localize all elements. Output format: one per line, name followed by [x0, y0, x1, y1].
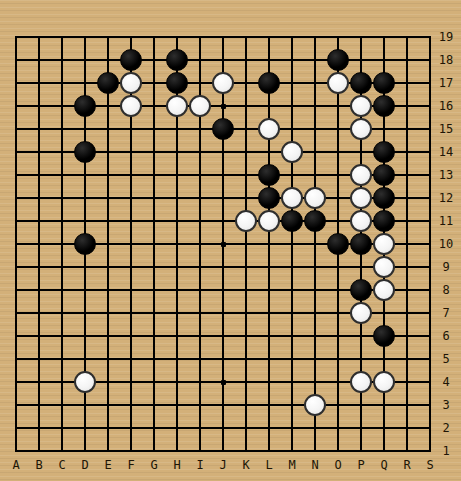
coord-letter-b: B	[30, 458, 48, 472]
black-stone-d14[interactable]	[74, 141, 96, 163]
white-stone-p12[interactable]	[350, 187, 372, 209]
coord-letter-g: G	[145, 458, 163, 472]
white-stone-j17[interactable]	[212, 72, 234, 94]
coord-letter-n: N	[306, 458, 324, 472]
white-stone-d4[interactable]	[74, 371, 96, 393]
black-stone-p8[interactable]	[350, 279, 372, 301]
black-stone-q12[interactable]	[373, 187, 395, 209]
white-stone-q8[interactable]	[373, 279, 395, 301]
coord-letter-r: R	[398, 458, 416, 472]
black-stone-q17[interactable]	[373, 72, 395, 94]
white-stone-m14[interactable]	[281, 141, 303, 163]
black-stone-q11[interactable]	[373, 210, 395, 232]
white-stone-h16[interactable]	[166, 95, 188, 117]
coord-number-2: 2	[433, 421, 459, 435]
black-stone-p17[interactable]	[350, 72, 372, 94]
coord-number-8: 8	[433, 283, 459, 297]
white-stone-n12[interactable]	[304, 187, 326, 209]
white-stone-m12[interactable]	[281, 187, 303, 209]
black-stone-q13[interactable]	[373, 164, 395, 186]
white-stone-p4[interactable]	[350, 371, 372, 393]
white-stone-q10[interactable]	[373, 233, 395, 255]
coord-letter-o: O	[329, 458, 347, 472]
white-stone-p15[interactable]	[350, 118, 372, 140]
coord-number-12: 12	[433, 191, 459, 205]
coord-number-17: 17	[433, 76, 459, 90]
white-stone-i16[interactable]	[189, 95, 211, 117]
white-stone-p13[interactable]	[350, 164, 372, 186]
coord-letter-j: J	[214, 458, 232, 472]
white-stone-p7[interactable]	[350, 302, 372, 324]
coord-letter-l: L	[260, 458, 278, 472]
coord-letter-a: A	[7, 458, 25, 472]
black-stone-q16[interactable]	[373, 95, 395, 117]
white-stone-k11[interactable]	[235, 210, 257, 232]
coord-letter-k: K	[237, 458, 255, 472]
coord-letter-q: Q	[375, 458, 393, 472]
coord-number-6: 6	[433, 329, 459, 343]
coord-number-4: 4	[433, 375, 459, 389]
black-stone-h17[interactable]	[166, 72, 188, 94]
black-stone-q14[interactable]	[373, 141, 395, 163]
black-stone-e17[interactable]	[97, 72, 119, 94]
coord-letter-d: D	[76, 458, 94, 472]
coord-number-9: 9	[433, 260, 459, 274]
black-stone-d16[interactable]	[74, 95, 96, 117]
black-stone-f18[interactable]	[120, 49, 142, 71]
coord-number-13: 13	[433, 168, 459, 182]
coord-number-19: 19	[433, 30, 459, 44]
coord-letter-m: M	[283, 458, 301, 472]
coord-number-1: 1	[433, 444, 459, 458]
coord-letter-c: C	[53, 458, 71, 472]
black-stone-l13[interactable]	[258, 164, 280, 186]
white-stone-q4[interactable]	[373, 371, 395, 393]
star-point-j10	[221, 242, 226, 247]
coord-letter-p: P	[352, 458, 370, 472]
white-stone-l15[interactable]	[258, 118, 280, 140]
white-stone-o17[interactable]	[327, 72, 349, 94]
star-point-j4	[221, 380, 226, 385]
coord-letter-e: E	[99, 458, 117, 472]
coord-letter-h: H	[168, 458, 186, 472]
black-stone-n11[interactable]	[304, 210, 326, 232]
go-board[interactable]: ABCDEFGHIJKLMNOPQRS191817161514131211109…	[0, 0, 461, 481]
black-stone-h18[interactable]	[166, 49, 188, 71]
coord-number-16: 16	[433, 99, 459, 113]
coord-number-5: 5	[433, 352, 459, 366]
black-stone-m11[interactable]	[281, 210, 303, 232]
black-stone-p10[interactable]	[350, 233, 372, 255]
black-stone-l17[interactable]	[258, 72, 280, 94]
coord-number-7: 7	[433, 306, 459, 320]
coord-number-14: 14	[433, 145, 459, 159]
white-stone-l11[interactable]	[258, 210, 280, 232]
white-stone-f16[interactable]	[120, 95, 142, 117]
white-stone-p16[interactable]	[350, 95, 372, 117]
white-stone-f17[interactable]	[120, 72, 142, 94]
coord-letter-f: F	[122, 458, 140, 472]
black-stone-d10[interactable]	[74, 233, 96, 255]
white-stone-q9[interactable]	[373, 256, 395, 278]
white-stone-p11[interactable]	[350, 210, 372, 232]
coord-number-15: 15	[433, 122, 459, 136]
white-stone-n3[interactable]	[304, 394, 326, 416]
black-stone-q6[interactable]	[373, 325, 395, 347]
black-stone-l12[interactable]	[258, 187, 280, 209]
coord-number-11: 11	[433, 214, 459, 228]
black-stone-j15[interactable]	[212, 118, 234, 140]
black-stone-o10[interactable]	[327, 233, 349, 255]
coord-letter-s: S	[421, 458, 439, 472]
coord-number-3: 3	[433, 398, 459, 412]
black-stone-o18[interactable]	[327, 49, 349, 71]
coord-number-10: 10	[433, 237, 459, 251]
stone-grid[interactable]	[5, 26, 442, 463]
coord-letter-i: I	[191, 458, 209, 472]
star-point-j16	[221, 104, 226, 109]
coord-number-18: 18	[433, 53, 459, 67]
